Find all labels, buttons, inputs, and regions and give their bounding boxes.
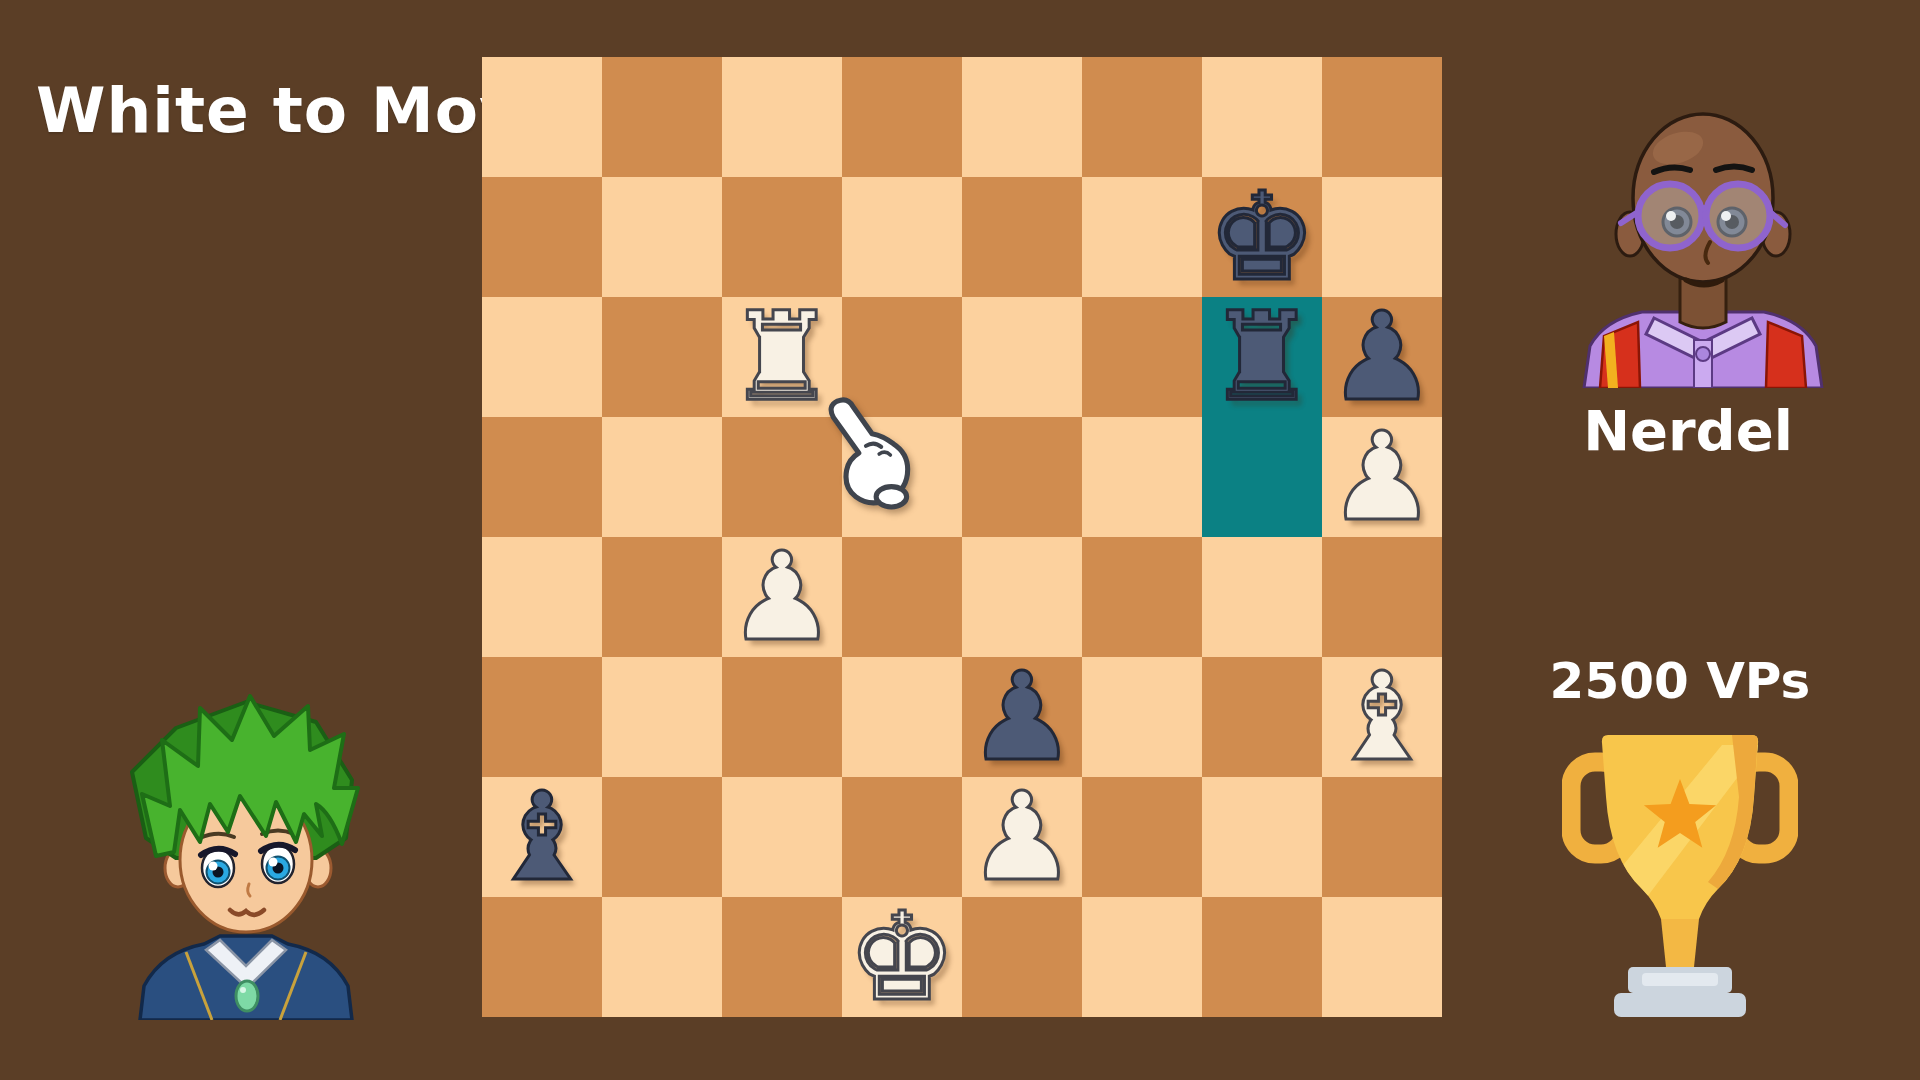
square-e3[interactable]: ♟ [962, 657, 1082, 777]
square-d1[interactable]: ♚ [842, 897, 962, 1017]
square-h3[interactable]: ♝ [1322, 657, 1442, 777]
piece-black-king-g7[interactable]: ♚ [1207, 177, 1316, 297]
game-screen: White to Move ♚♜♜♟♟♟♟♝♝♟♚ [0, 0, 1920, 1080]
piece-white-pawn-e2[interactable]: ♟ [967, 777, 1076, 897]
square-f6[interactable] [1082, 297, 1202, 417]
square-a5[interactable] [482, 417, 602, 537]
square-a7[interactable] [482, 177, 602, 297]
square-b5[interactable] [602, 417, 722, 537]
square-a3[interactable] [482, 657, 602, 777]
square-c2[interactable] [722, 777, 842, 897]
square-c1[interactable] [722, 897, 842, 1017]
square-b4[interactable] [602, 537, 722, 657]
square-f1[interactable] [1082, 897, 1202, 1017]
square-f4[interactable] [1082, 537, 1202, 657]
square-f3[interactable] [1082, 657, 1202, 777]
square-h8[interactable] [1322, 57, 1442, 177]
square-g8[interactable] [1202, 57, 1322, 177]
hand-cursor-icon [818, 396, 920, 510]
square-c3[interactable] [722, 657, 842, 777]
square-e7[interactable] [962, 177, 1082, 297]
square-e2[interactable]: ♟ [962, 777, 1082, 897]
square-f5[interactable] [1082, 417, 1202, 537]
square-c4[interactable]: ♟ [722, 537, 842, 657]
square-d3[interactable] [842, 657, 962, 777]
trophy-icon [1562, 735, 1798, 1017]
square-e8[interactable] [962, 57, 1082, 177]
square-b8[interactable] [602, 57, 722, 177]
piece-black-rook-g6[interactable]: ♜ [1207, 297, 1316, 417]
square-h6[interactable]: ♟ [1322, 297, 1442, 417]
square-g1[interactable] [1202, 897, 1322, 1017]
square-d4[interactable] [842, 537, 962, 657]
square-e5[interactable] [962, 417, 1082, 537]
piece-white-pawn-c4[interactable]: ♟ [727, 537, 836, 657]
square-a6[interactable] [482, 297, 602, 417]
piece-black-pawn-e3[interactable]: ♟ [967, 657, 1076, 777]
square-g2[interactable] [1202, 777, 1322, 897]
opponent-avatar [1558, 82, 1848, 388]
square-c8[interactable] [722, 57, 842, 177]
opponent-name: Nerdel [1538, 398, 1838, 463]
square-d2[interactable] [842, 777, 962, 897]
square-e4[interactable] [962, 537, 1082, 657]
piece-white-king-d1[interactable]: ♚ [847, 897, 956, 1017]
square-c7[interactable] [722, 177, 842, 297]
square-g4[interactable] [1202, 537, 1322, 657]
square-h7[interactable] [1322, 177, 1442, 297]
square-f8[interactable] [1082, 57, 1202, 177]
square-b6[interactable] [602, 297, 722, 417]
square-g6[interactable]: ♜ [1202, 297, 1322, 417]
square-a8[interactable] [482, 57, 602, 177]
square-g5[interactable] [1202, 417, 1322, 537]
square-b2[interactable] [602, 777, 722, 897]
piece-black-bishop-a2[interactable]: ♝ [487, 777, 596, 897]
square-h2[interactable] [1322, 777, 1442, 897]
square-g7[interactable]: ♚ [1202, 177, 1322, 297]
square-d7[interactable] [842, 177, 962, 297]
piece-black-pawn-h6[interactable]: ♟ [1327, 297, 1436, 417]
square-b3[interactable] [602, 657, 722, 777]
chess-board: ♚♜♜♟♟♟♟♝♝♟♚ [482, 57, 1442, 1017]
square-e6[interactable] [962, 297, 1082, 417]
square-b1[interactable] [602, 897, 722, 1017]
square-h1[interactable] [1322, 897, 1442, 1017]
square-a1[interactable] [482, 897, 602, 1017]
piece-white-bishop-h3[interactable]: ♝ [1327, 657, 1436, 777]
piece-white-pawn-h5[interactable]: ♟ [1327, 417, 1436, 537]
square-d8[interactable] [842, 57, 962, 177]
square-e1[interactable] [962, 897, 1082, 1017]
square-f2[interactable] [1082, 777, 1202, 897]
square-g3[interactable] [1202, 657, 1322, 777]
square-h4[interactable] [1322, 537, 1442, 657]
square-f7[interactable] [1082, 177, 1202, 297]
square-a4[interactable] [482, 537, 602, 657]
score-text: 2500 VPs [1530, 652, 1830, 710]
square-h5[interactable]: ♟ [1322, 417, 1442, 537]
square-a2[interactable]: ♝ [482, 777, 602, 897]
square-b7[interactable] [602, 177, 722, 297]
turn-indicator: White to Move [36, 74, 516, 147]
player-avatar [116, 688, 376, 1020]
